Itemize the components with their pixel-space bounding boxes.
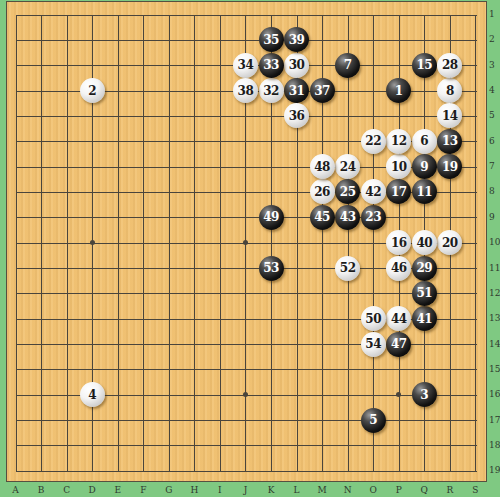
row-label: 5 — [489, 110, 500, 121]
row-label: 14 — [489, 339, 500, 350]
stone-black: 13 — [437, 129, 462, 154]
stone-black: 9 — [412, 154, 437, 179]
stone-black: 5 — [361, 408, 386, 433]
stone-white: 32 — [259, 78, 284, 103]
row-label: 18 — [489, 440, 500, 451]
grid-line-horizontal — [16, 15, 477, 16]
grid-line-horizontal — [16, 369, 477, 370]
stone-black: 47 — [386, 332, 411, 357]
row-label: 6 — [489, 136, 500, 147]
stone-black: 7 — [335, 53, 360, 78]
row-label: 12 — [489, 288, 500, 299]
column-label: G — [160, 485, 178, 495]
row-label: 3 — [489, 60, 500, 71]
stone-black: 15 — [412, 53, 437, 78]
column-label: M — [313, 485, 331, 495]
column-label: S — [466, 485, 484, 495]
stone-white: 48 — [310, 154, 335, 179]
column-label: A — [7, 485, 25, 495]
column-label: E — [109, 485, 127, 495]
stone-black: 37 — [310, 78, 335, 103]
star-point — [90, 240, 95, 245]
column-label: N — [339, 485, 357, 495]
grid-line-vertical — [373, 15, 374, 472]
stone-white: 40 — [412, 230, 437, 255]
stone-white: 2 — [80, 78, 105, 103]
stone-white: 46 — [386, 256, 411, 281]
stone-black: 45 — [310, 205, 335, 230]
grid-line-horizontal — [16, 293, 477, 294]
column-label: O — [364, 485, 382, 495]
stone-black: 51 — [412, 281, 437, 306]
grid-line-horizontal — [16, 40, 477, 41]
stone-black: 49 — [259, 205, 284, 230]
stone-black: 43 — [335, 205, 360, 230]
grid-line-horizontal — [16, 116, 477, 117]
row-label: 13 — [489, 313, 500, 324]
stone-black: 41 — [412, 306, 437, 331]
stone-white: 50 — [361, 306, 386, 331]
stone-black: 23 — [361, 205, 386, 230]
stone-black: 35 — [259, 27, 284, 52]
stone-white: 22 — [361, 129, 386, 154]
row-label: 7 — [489, 161, 500, 172]
row-label: 8 — [489, 186, 500, 197]
row-label: 16 — [489, 389, 500, 400]
grid-line-horizontal — [16, 217, 477, 218]
stone-black: 29 — [412, 256, 437, 281]
column-label: D — [83, 485, 101, 495]
column-label: R — [441, 485, 459, 495]
row-label: 10 — [489, 237, 500, 248]
stone-white: 42 — [361, 179, 386, 204]
row-label: 2 — [489, 34, 500, 45]
grid-line-horizontal — [16, 471, 477, 472]
column-label: J — [236, 485, 254, 495]
column-label: L — [288, 485, 306, 495]
column-label: C — [58, 485, 76, 495]
stone-white: 4 — [80, 382, 105, 407]
stone-black: 3 — [412, 382, 437, 407]
stone-white: 6 — [412, 129, 437, 154]
column-label: H — [185, 485, 203, 495]
stone-black: 53 — [259, 256, 284, 281]
stone-white: 38 — [233, 78, 258, 103]
stone-white: 30 — [284, 53, 309, 78]
grid-line-vertical — [475, 15, 476, 472]
stone-white: 52 — [335, 256, 360, 281]
column-label: F — [134, 485, 152, 495]
column-label: B — [32, 485, 50, 495]
row-label: 1 — [489, 9, 500, 20]
row-label: 9 — [489, 212, 500, 223]
grid-line-horizontal — [16, 420, 477, 421]
row-label: 17 — [489, 415, 500, 426]
column-label: P — [390, 485, 408, 495]
row-label: 11 — [489, 263, 500, 274]
column-label: Q — [415, 485, 433, 495]
row-label: 4 — [489, 85, 500, 96]
column-label: I — [211, 485, 229, 495]
stone-white: 54 — [361, 332, 386, 357]
row-label: 19 — [489, 465, 500, 476]
stone-white: 26 — [310, 179, 335, 204]
stone-white: 28 — [437, 53, 462, 78]
go-diagram: 1234567891011121314151617192022232425262… — [0, 0, 500, 497]
grid-line-horizontal — [16, 445, 477, 446]
stone-black: 31 — [284, 78, 309, 103]
stone-white: 34 — [233, 53, 258, 78]
column-label: K — [262, 485, 280, 495]
stone-black: 33 — [259, 53, 284, 78]
grid-line-vertical — [348, 15, 349, 472]
row-label: 15 — [489, 364, 500, 375]
stone-white: 12 — [386, 129, 411, 154]
